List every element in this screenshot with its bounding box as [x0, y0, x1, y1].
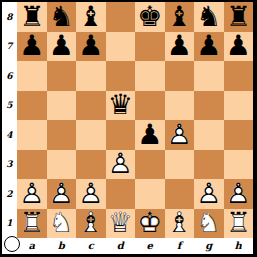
square-f8[interactable]: ♝ [165, 2, 195, 32]
file-label-h: h [224, 238, 254, 254]
square-e5[interactable] [135, 91, 165, 121]
white-knight-g1[interactable]: ♞♘ [194, 209, 224, 239]
square-g2[interactable]: ♟♙ [194, 179, 224, 209]
white-pawn-d3[interactable]: ♟♙ [106, 150, 136, 180]
square-h3[interactable] [224, 150, 254, 180]
square-b8[interactable]: ♞ [47, 2, 77, 32]
white-pawn-outline: ♙ [165, 120, 195, 150]
white-rook-h1[interactable]: ♜♖ [224, 209, 254, 239]
black-pawn-glyph: ♟ [165, 32, 195, 62]
square-g1[interactable]: ♞♘ [194, 209, 224, 239]
black-bishop-f8[interactable]: ♝ [165, 2, 195, 32]
white-pawn-g2[interactable]: ♟♙ [194, 179, 224, 209]
square-b5[interactable] [47, 91, 77, 121]
square-d3[interactable]: ♟♙ [106, 150, 136, 180]
square-e7[interactable] [135, 32, 165, 62]
white-rook-outline: ♖ [17, 209, 47, 239]
white-rook-a1[interactable]: ♜♖ [17, 209, 47, 239]
square-h6[interactable] [224, 61, 254, 91]
black-knight-b8[interactable]: ♞ [47, 2, 77, 32]
white-king-e1[interactable]: ♚♔ [135, 209, 165, 239]
square-a3[interactable] [17, 150, 47, 180]
square-c5[interactable] [76, 91, 106, 121]
white-bishop-outline: ♗ [76, 209, 106, 239]
square-e3[interactable] [135, 150, 165, 180]
square-b2[interactable]: ♟♙ [47, 179, 77, 209]
rank-label-4: 4 [2, 120, 17, 150]
rank-label-5: 5 [2, 91, 17, 121]
white-pawn-outline: ♙ [17, 179, 47, 209]
file-label-a: a [17, 238, 47, 254]
square-d1[interactable]: ♛♕ [106, 209, 136, 239]
file-label-f: f [165, 238, 195, 254]
black-pawn-glyph: ♟ [194, 32, 224, 62]
black-pawn-h7[interactable]: ♟ [224, 32, 254, 62]
square-g5[interactable] [194, 91, 224, 121]
black-pawn-a7[interactable]: ♟ [17, 32, 47, 62]
white-pawn-outline: ♙ [194, 179, 224, 209]
square-b6[interactable] [47, 61, 77, 91]
black-pawn-g7[interactable]: ♟ [194, 32, 224, 62]
white-knight-b1[interactable]: ♞♘ [47, 209, 77, 239]
square-f1[interactable]: ♝♗ [165, 209, 195, 239]
board-frame: 8♜♞♝♚♝♞♜7♟♟♟♟♟♟65♛4♟♟♙3♟♙2♟♙♟♙♟♙♟♙♟♙1♜♖♞… [0, 0, 257, 257]
square-e8[interactable]: ♚ [135, 2, 165, 32]
white-pawn-outline: ♙ [76, 179, 106, 209]
black-pawn-b7[interactable]: ♟ [47, 32, 77, 62]
white-to-move-indicator [4, 236, 20, 252]
black-pawn-glyph: ♟ [47, 32, 77, 62]
square-a7[interactable]: ♟ [17, 32, 47, 62]
rank-label-3: 3 [2, 150, 17, 180]
square-c4[interactable] [76, 120, 106, 150]
black-knight-glyph: ♞ [194, 2, 224, 32]
black-pawn-c7[interactable]: ♟ [76, 32, 106, 62]
rank-label-8: 8 [2, 2, 17, 32]
square-g7[interactable]: ♟ [194, 32, 224, 62]
square-g3[interactable] [194, 150, 224, 180]
white-knight-outline: ♘ [194, 209, 224, 239]
square-c6[interactable] [76, 61, 106, 91]
square-h7[interactable]: ♟ [224, 32, 254, 62]
white-queen-outline: ♕ [106, 209, 136, 239]
white-pawn-a2[interactable]: ♟♙ [17, 179, 47, 209]
white-pawn-f4[interactable]: ♟♙ [165, 120, 195, 150]
white-bishop-f1[interactable]: ♝♗ [165, 209, 195, 239]
black-pawn-e4[interactable]: ♟ [135, 120, 165, 150]
file-label-g: g [194, 238, 224, 254]
black-knight-glyph: ♞ [47, 2, 77, 32]
square-a6[interactable] [17, 61, 47, 91]
black-pawn-glyph: ♟ [76, 32, 106, 62]
white-rook-outline: ♖ [224, 209, 254, 239]
square-b3[interactable] [47, 150, 77, 180]
white-pawn-c2[interactable]: ♟♙ [76, 179, 106, 209]
black-pawn-glyph: ♟ [17, 32, 47, 62]
white-bishop-outline: ♗ [165, 209, 195, 239]
square-h2[interactable]: ♟♙ [224, 179, 254, 209]
square-d6[interactable] [106, 61, 136, 91]
square-e1[interactable]: ♚♔ [135, 209, 165, 239]
square-e2[interactable] [135, 179, 165, 209]
square-b7[interactable]: ♟ [47, 32, 77, 62]
white-pawn-outline: ♙ [224, 179, 254, 209]
square-g6[interactable] [194, 61, 224, 91]
black-rook-a8[interactable]: ♜ [17, 2, 47, 32]
square-b4[interactable] [47, 120, 77, 150]
file-label-e: e [135, 238, 165, 254]
white-pawn-h2[interactable]: ♟♙ [224, 179, 254, 209]
square-d7[interactable] [106, 32, 136, 62]
file-label-b: b [47, 238, 77, 254]
square-c3[interactable] [76, 150, 106, 180]
black-knight-g8[interactable]: ♞ [194, 2, 224, 32]
rank-label-7: 7 [2, 32, 17, 62]
square-f3[interactable] [165, 150, 195, 180]
black-bishop-glyph: ♝ [165, 2, 195, 32]
square-g4[interactable] [194, 120, 224, 150]
square-h1[interactable]: ♜♖ [224, 209, 254, 239]
square-c2[interactable]: ♟♙ [76, 179, 106, 209]
square-a2[interactable]: ♟♙ [17, 179, 47, 209]
square-d5[interactable]: ♛ [106, 91, 136, 121]
square-c8[interactable]: ♝ [76, 2, 106, 32]
square-e6[interactable] [135, 61, 165, 91]
square-f2[interactable] [165, 179, 195, 209]
square-h5[interactable] [224, 91, 254, 121]
white-queen-d1[interactable]: ♛♕ [106, 209, 136, 239]
square-f7[interactable]: ♟ [165, 32, 195, 62]
square-d2[interactable] [106, 179, 136, 209]
square-c1[interactable]: ♝♗ [76, 209, 106, 239]
square-d8[interactable] [106, 2, 136, 32]
file-label-d: d [106, 238, 136, 254]
square-c7[interactable]: ♟ [76, 32, 106, 62]
black-pawn-glyph: ♟ [224, 32, 254, 62]
rank-label-2: 2 [2, 179, 17, 209]
white-pawn-b2[interactable]: ♟♙ [47, 179, 77, 209]
square-b1[interactable]: ♞♘ [47, 209, 77, 239]
square-h8[interactable]: ♜ [224, 2, 254, 32]
black-bishop-glyph: ♝ [76, 2, 106, 32]
black-rook-glyph: ♜ [17, 2, 47, 32]
square-f4[interactable]: ♟♙ [165, 120, 195, 150]
white-bishop-c1[interactable]: ♝♗ [76, 209, 106, 239]
file-label-c: c [76, 238, 106, 254]
square-a8[interactable]: ♜ [17, 2, 47, 32]
black-queen-glyph: ♛ [106, 91, 136, 121]
square-h4[interactable] [224, 120, 254, 150]
rank-label-1: 1 [2, 209, 17, 239]
black-bishop-c8[interactable]: ♝ [76, 2, 106, 32]
chess-board: 8♜♞♝♚♝♞♜7♟♟♟♟♟♟65♛4♟♟♙3♟♙2♟♙♟♙♟♙♟♙♟♙1♜♖♞… [2, 2, 253, 254]
black-pawn-f7[interactable]: ♟ [165, 32, 195, 62]
black-king-glyph: ♚ [135, 2, 165, 32]
white-pawn-outline: ♙ [106, 150, 136, 180]
black-pawn-glyph: ♟ [135, 120, 165, 150]
square-f6[interactable] [165, 61, 195, 91]
white-king-outline: ♔ [135, 209, 165, 239]
black-king-e8[interactable]: ♚ [135, 2, 165, 32]
square-d4[interactable] [106, 120, 136, 150]
square-f5[interactable] [165, 91, 195, 121]
square-a1[interactable]: ♜♖ [17, 209, 47, 239]
black-queen-d5[interactable]: ♛ [106, 91, 136, 121]
square-a4[interactable] [17, 120, 47, 150]
square-a5[interactable] [17, 91, 47, 121]
white-knight-outline: ♘ [47, 209, 77, 239]
square-e4[interactable]: ♟ [135, 120, 165, 150]
black-rook-h8[interactable]: ♜ [224, 2, 254, 32]
square-g8[interactable]: ♞ [194, 2, 224, 32]
rank-label-6: 6 [2, 61, 17, 91]
white-pawn-outline: ♙ [47, 179, 77, 209]
black-rook-glyph: ♜ [224, 2, 254, 32]
